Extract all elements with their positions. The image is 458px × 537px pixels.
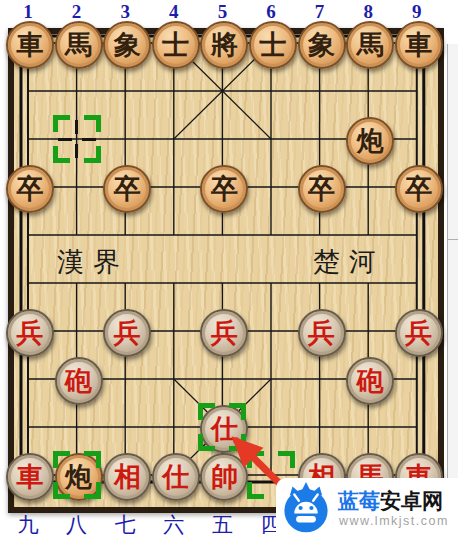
file-label-top-8: 8 bbox=[355, 1, 381, 23]
piece-red-仕-f4r9[interactable]: 仕 bbox=[152, 453, 200, 501]
piece-black-卒-f3r3[interactable]: 卒 bbox=[103, 165, 151, 213]
piece-black-車-f9r0[interactable]: 車 bbox=[395, 21, 443, 69]
piece-black-卒-f7r3[interactable]: 卒 bbox=[298, 165, 346, 213]
piece-red-相-f3r9[interactable]: 相 bbox=[103, 453, 151, 501]
watermark-title-blue: 蓝莓 bbox=[338, 489, 380, 512]
piece-black-炮-f8r2[interactable]: 炮 bbox=[346, 117, 394, 165]
piece-black-士-f4r0[interactable]: 士 bbox=[152, 21, 200, 69]
piece-red-兵-f7r6[interactable]: 兵 bbox=[298, 309, 346, 357]
watermark-title: 蓝莓安卓网 bbox=[338, 487, 443, 515]
file-label-bottom-3: 七 bbox=[110, 511, 140, 537]
marker-corner bbox=[229, 403, 246, 420]
piece-red-車-f1r9[interactable]: 車 bbox=[6, 453, 54, 501]
right-panel-border bbox=[447, 44, 448, 537]
crosshair-bar bbox=[75, 120, 78, 134]
marker-corner bbox=[84, 482, 101, 499]
file-label-top-3: 3 bbox=[112, 1, 138, 23]
file-label-bottom-1: 九 bbox=[13, 511, 43, 537]
highlight-frame-marker bbox=[53, 451, 101, 499]
file-label-top-9: 9 bbox=[404, 1, 430, 23]
xiangqi-board[interactable]: 漢界 楚河 車馬象士將士象馬車炮卒卒卒卒卒兵兵兵兵兵砲砲仕車炮相仕帥相馬車 bbox=[8, 28, 444, 513]
file-label-top-4: 4 bbox=[161, 1, 187, 23]
marker-corner bbox=[247, 482, 264, 499]
marker-corner bbox=[84, 146, 101, 163]
watermark-card: 蓝莓安卓网 www.lmkjst.com bbox=[276, 478, 458, 537]
marker-corner bbox=[229, 434, 246, 451]
crosshair-bar bbox=[58, 138, 72, 141]
file-label-top-6: 6 bbox=[258, 1, 284, 23]
marker-corner bbox=[198, 434, 215, 451]
piece-black-馬-f2r0[interactable]: 馬 bbox=[55, 21, 103, 69]
right-panel-divider bbox=[448, 239, 458, 240]
crosshair-bar bbox=[82, 138, 96, 141]
last-move-origin-marker bbox=[53, 115, 101, 163]
file-label-bottom-2: 八 bbox=[62, 511, 92, 537]
marker-corner bbox=[53, 482, 70, 499]
river-label-left: 漢界 bbox=[38, 244, 148, 280]
piece-black-士-f6r0[interactable]: 士 bbox=[249, 21, 297, 69]
watermark-url: www.lmkjst.com bbox=[339, 514, 449, 528]
piece-red-砲-f8r7[interactable]: 砲 bbox=[346, 357, 394, 405]
marker-corner bbox=[84, 115, 101, 132]
file-label-bottom-4: 六 bbox=[159, 511, 189, 537]
file-label-top-5: 5 bbox=[209, 1, 235, 23]
file-label-top-7: 7 bbox=[307, 1, 333, 23]
piece-red-兵-f1r6[interactable]: 兵 bbox=[6, 309, 54, 357]
marker-corner bbox=[53, 115, 70, 132]
crosshair-bar bbox=[75, 144, 78, 158]
highlight-frame-marker bbox=[198, 403, 246, 451]
watermark-title-dark: 安卓网 bbox=[380, 489, 443, 512]
marker-corner bbox=[278, 451, 295, 468]
xiangqi-app: 123456789 漢界 楚河 車馬象士將士象馬車炮卒卒卒卒卒兵兵兵兵兵砲砲仕車… bbox=[0, 0, 458, 537]
file-label-top-1: 1 bbox=[15, 1, 41, 23]
river-label-right: 楚河 bbox=[294, 244, 404, 280]
piece-black-車-f1r0[interactable]: 車 bbox=[6, 21, 54, 69]
piece-black-馬-f8r0[interactable]: 馬 bbox=[346, 21, 394, 69]
piece-black-象-f7r0[interactable]: 象 bbox=[298, 21, 346, 69]
piece-red-兵-f3r6[interactable]: 兵 bbox=[103, 309, 151, 357]
piece-black-卒-f9r3[interactable]: 卒 bbox=[395, 165, 443, 213]
piece-black-象-f3r0[interactable]: 象 bbox=[103, 21, 151, 69]
file-label-bottom-5: 五 bbox=[207, 511, 237, 537]
marker-corner bbox=[53, 146, 70, 163]
piece-red-兵-f9r6[interactable]: 兵 bbox=[395, 309, 443, 357]
piece-black-卒-f1r3[interactable]: 卒 bbox=[6, 165, 54, 213]
right-panel-fill bbox=[448, 44, 458, 537]
marker-corner bbox=[198, 403, 215, 420]
marker-corner bbox=[53, 451, 70, 468]
blueberry-android-icon bbox=[279, 481, 333, 535]
marker-corner bbox=[247, 451, 264, 468]
marker-corner bbox=[84, 451, 101, 468]
file-label-top-2: 2 bbox=[64, 1, 90, 23]
piece-red-砲-f2r7[interactable]: 砲 bbox=[55, 357, 103, 405]
